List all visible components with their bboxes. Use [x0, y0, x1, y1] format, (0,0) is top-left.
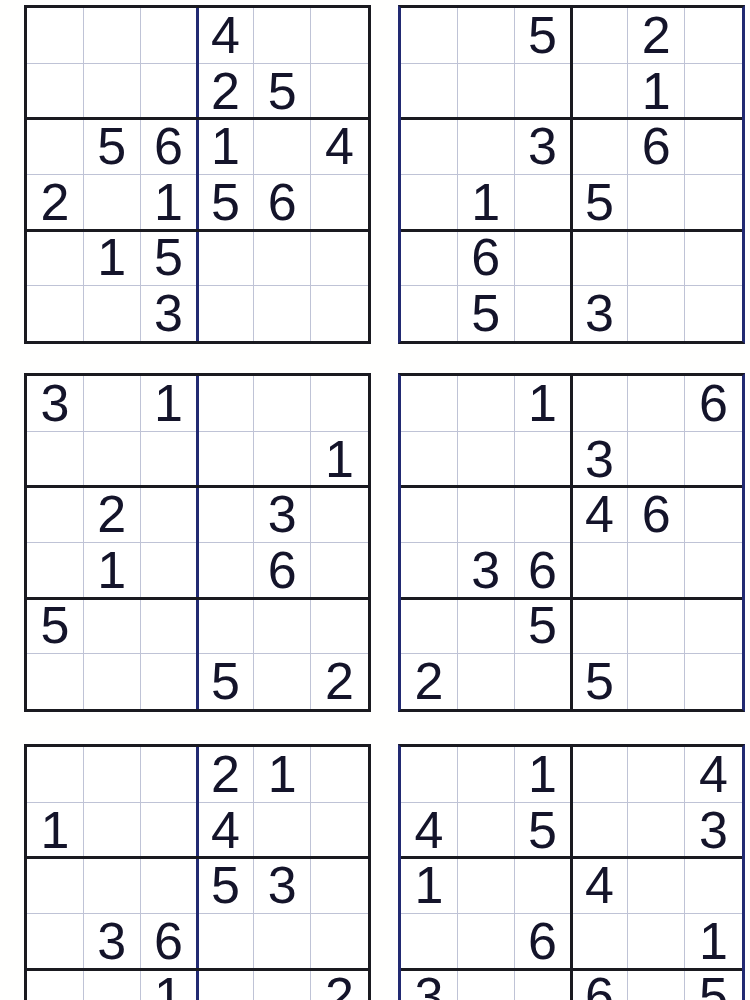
sudoku-cell-r2c2 [458, 432, 515, 488]
sudoku-cell-r6c2 [84, 654, 141, 710]
given-digit: 2 [642, 9, 671, 61]
sudoku-cell-r2c3 [515, 432, 572, 488]
sudoku-cell-r2c5 [628, 432, 685, 488]
sudoku-cell-r2c2 [84, 64, 141, 120]
sudoku-cell-r5c2 [458, 598, 515, 654]
sudoku-cell-r4c2 [84, 175, 141, 231]
given-digit: 1 [97, 231, 126, 283]
sudoku-cell-r4c3: 6 [141, 914, 198, 970]
sudoku-cell-r1c5 [254, 8, 311, 64]
sudoku-cell-r2c5: 1 [628, 64, 685, 120]
box-divider-horizontal-2 [27, 229, 368, 232]
sudoku-cell-r5c3: 5 [515, 598, 572, 654]
sudoku-cell-r5c2: 1 [84, 230, 141, 286]
sudoku-cell-r4c6 [311, 543, 368, 599]
sudoku-cell-r2c2 [458, 64, 515, 120]
sudoku-cell-r6c3 [515, 654, 572, 710]
sudoku-cell-r1c4 [571, 747, 628, 803]
given-digit: 3 [268, 488, 297, 540]
sudoku-cell-r2c4: 3 [571, 432, 628, 488]
sudoku-cell-r3c6 [685, 119, 742, 175]
sudoku-cell-r5c1: 5 [27, 598, 84, 654]
sudoku-cell-r1c6 [311, 747, 368, 803]
given-digit: 1 [40, 804, 69, 856]
box-divider-vertical [196, 8, 199, 341]
sudoku-cell-r6c4: 5 [571, 654, 628, 710]
sudoku-cell-r2c5 [628, 803, 685, 859]
sudoku-cell-r2c1: 4 [401, 803, 458, 859]
sudoku-cell-r4c2: 1 [84, 543, 141, 599]
sudoku-cell-r3c4 [197, 487, 254, 543]
given-digit: 1 [528, 377, 557, 429]
sudoku-cell-r2c4 [197, 432, 254, 488]
sudoku-cell-r2c1 [401, 432, 458, 488]
box-divider-vertical [196, 747, 199, 1000]
given-digit: 2 [325, 970, 354, 1000]
sudoku-cell-r3c2 [458, 487, 515, 543]
sudoku-cell-r4c4: 5 [197, 175, 254, 231]
sudoku-cell-r2c3 [141, 803, 198, 859]
sudoku-grid-1: 42556142156153 [24, 5, 371, 344]
given-digit: 1 [642, 65, 671, 117]
given-digit: 5 [40, 599, 69, 651]
given-digit: 2 [40, 176, 69, 228]
sudoku-cell-r6c1 [27, 654, 84, 710]
sudoku-cell-r4c3 [515, 175, 572, 231]
sudoku-cell-r3c4: 4 [571, 858, 628, 914]
sudoku-cell-r1c3 [141, 747, 198, 803]
given-digit: 4 [585, 488, 614, 540]
sudoku-cell-r4c3: 6 [515, 914, 572, 970]
sudoku-cell-r4c2 [458, 914, 515, 970]
box-divider-horizontal-2 [27, 597, 368, 600]
sudoku-cell-r5c4 [197, 598, 254, 654]
sudoku-cell-r3c6 [311, 858, 368, 914]
given-digit: 1 [211, 120, 240, 172]
sudoku-cell-r1c4 [571, 376, 628, 432]
sudoku-cell-r2c3: 5 [515, 803, 572, 859]
sudoku-cell-r5c6 [311, 598, 368, 654]
sudoku-cell-r6c1 [27, 286, 84, 342]
sudoku-grid-2: 5213615653 [398, 5, 745, 344]
sudoku-cell-r1c6 [311, 8, 368, 64]
sudoku-cell-r1c4 [571, 8, 628, 64]
sudoku-cell-r1c1 [401, 376, 458, 432]
sudoku-cell-r4c4 [571, 543, 628, 599]
given-digit: 3 [585, 287, 614, 339]
sudoku-cell-r2c1 [401, 64, 458, 120]
sudoku-cell-r4c6 [685, 543, 742, 599]
sudoku-cell-r3c2 [458, 119, 515, 175]
sudoku-cell-r6c6 [311, 286, 368, 342]
sudoku-cell-r5c3 [515, 230, 572, 286]
given-digit: 5 [211, 655, 240, 707]
sudoku-cell-r5c1: 3 [401, 969, 458, 1000]
sudoku-cell-r3c5: 3 [254, 487, 311, 543]
sudoku-cell-r5c3 [141, 598, 198, 654]
sudoku-cell-r3c4: 1 [197, 119, 254, 175]
sudoku-cell-r2c4 [571, 803, 628, 859]
given-digit: 6 [585, 970, 614, 1000]
sudoku-cell-r1c5 [628, 376, 685, 432]
given-digit: 1 [154, 176, 183, 228]
sudoku-cell-r6c3: 3 [141, 286, 198, 342]
given-digit: 6 [268, 176, 297, 228]
given-digit: 1 [154, 970, 183, 1000]
sudoku-cell-r3c4: 4 [571, 487, 628, 543]
sudoku-cell-r2c6 [685, 432, 742, 488]
sudoku-cell-r6c3 [141, 654, 198, 710]
sudoku-cell-r1c5 [628, 747, 685, 803]
box-divider-horizontal-1 [27, 856, 368, 859]
given-digit: 5 [528, 599, 557, 651]
sudoku-cell-r5c4 [571, 230, 628, 286]
given-digit: 5 [528, 804, 557, 856]
given-digit: 2 [211, 65, 240, 117]
sudoku-cell-r6c5 [254, 654, 311, 710]
sudoku-cell-r4c1 [401, 175, 458, 231]
sudoku-cell-r2c6 [311, 803, 368, 859]
sudoku-cell-r6c5 [628, 286, 685, 342]
given-digit: 1 [528, 748, 557, 800]
sudoku-cell-r5c2 [458, 969, 515, 1000]
given-digit: 4 [211, 804, 240, 856]
given-digit: 5 [211, 176, 240, 228]
sudoku-cell-r1c2 [84, 8, 141, 64]
sudoku-cell-r2c1: 1 [27, 803, 84, 859]
sudoku-cell-r5c2: 6 [458, 230, 515, 286]
sudoku-cell-r1c2 [84, 376, 141, 432]
sudoku-cell-r3c5 [254, 119, 311, 175]
sudoku-cell-r4c5 [628, 914, 685, 970]
sudoku-cell-r1c6: 4 [685, 747, 742, 803]
sudoku-cell-r5c5 [628, 230, 685, 286]
given-digit: 5 [528, 9, 557, 61]
given-digit: 6 [268, 544, 297, 596]
box-divider-vertical [570, 376, 573, 709]
sudoku-cell-r5c5 [254, 969, 311, 1000]
sudoku-cell-r6c6 [685, 286, 742, 342]
sudoku-cell-r4c6: 1 [685, 914, 742, 970]
given-digit: 3 [40, 377, 69, 429]
given-digit: 3 [585, 433, 614, 485]
sudoku-cell-r2c4: 4 [197, 803, 254, 859]
given-digit: 1 [699, 915, 728, 967]
sudoku-cell-r1c5: 2 [628, 8, 685, 64]
given-digit: 2 [211, 748, 240, 800]
sudoku-cell-r3c6: 4 [311, 119, 368, 175]
sudoku-cell-r3c2 [84, 858, 141, 914]
sudoku-cell-r5c5 [254, 598, 311, 654]
sudoku-cell-r3c1 [27, 858, 84, 914]
sudoku-cell-r4c3 [141, 543, 198, 599]
sudoku-cell-r2c3 [141, 64, 198, 120]
sudoku-cell-r4c4 [197, 914, 254, 970]
given-digit: 5 [211, 859, 240, 911]
sudoku-cell-r1c1 [27, 8, 84, 64]
sudoku-cell-r1c3: 1 [515, 747, 572, 803]
sudoku-cell-r1c2 [458, 8, 515, 64]
given-digit: 5 [585, 655, 614, 707]
sudoku-cell-r1c2 [458, 376, 515, 432]
given-digit: 4 [325, 120, 354, 172]
box-divider-horizontal-1 [27, 485, 368, 488]
sudoku-cell-r4c6 [685, 175, 742, 231]
sudoku-cell-r4c5: 6 [254, 175, 311, 231]
sudoku-cell-r5c3 [515, 969, 572, 1000]
sudoku-cell-r3c1: 1 [401, 858, 458, 914]
sudoku-cell-r1c6 [311, 376, 368, 432]
given-digit: 1 [325, 433, 354, 485]
given-digit: 5 [585, 176, 614, 228]
sudoku-cell-r5c3: 1 [141, 969, 198, 1000]
sudoku-cell-r2c1 [27, 432, 84, 488]
sudoku-cell-r6c4 [197, 286, 254, 342]
sudoku-cell-r3c4: 5 [197, 858, 254, 914]
sudoku-cell-r3c3: 6 [141, 119, 198, 175]
sudoku-cell-r2c4 [571, 64, 628, 120]
sudoku-cell-r4c4 [197, 543, 254, 599]
sudoku-cell-r4c6 [311, 914, 368, 970]
sudoku-cell-r2c5: 5 [254, 64, 311, 120]
sudoku-cell-r3c2: 5 [84, 119, 141, 175]
box-divider-vertical [570, 8, 573, 341]
sudoku-cell-r6c1: 2 [401, 654, 458, 710]
sudoku-cell-r5c3: 5 [141, 230, 198, 286]
sudoku-cell-r1c1 [401, 8, 458, 64]
sudoku-cell-r1c5: 1 [254, 747, 311, 803]
sudoku-worksheet: 42556142156153 5213615653 3112316552 163… [0, 0, 750, 1000]
sudoku-cell-r4c5 [254, 914, 311, 970]
sudoku-cell-r2c5 [254, 803, 311, 859]
sudoku-cell-r3c5: 3 [254, 858, 311, 914]
sudoku-cell-r4c5 [628, 543, 685, 599]
box-divider-horizontal-2 [401, 968, 742, 971]
sudoku-cell-r2c3 [141, 432, 198, 488]
sudoku-cell-r2c6 [685, 64, 742, 120]
sudoku-cell-r1c5 [254, 376, 311, 432]
box-divider-vertical [196, 376, 199, 709]
sudoku-cell-r1c6: 6 [685, 376, 742, 432]
sudoku-cell-r4c6 [311, 175, 368, 231]
sudoku-cell-r6c5 [254, 286, 311, 342]
sudoku-cell-r3c5 [628, 858, 685, 914]
sudoku-cell-r1c3: 1 [515, 376, 572, 432]
sudoku-cell-r5c6: 5 [685, 969, 742, 1000]
sudoku-cell-r6c6 [685, 654, 742, 710]
sudoku-grid-3: 3112316552 [24, 373, 371, 712]
sudoku-cell-r2c2 [84, 432, 141, 488]
sudoku-cell-r2c1 [27, 64, 84, 120]
given-digit: 6 [642, 120, 671, 172]
sudoku-cell-r3c1 [27, 119, 84, 175]
sudoku-grid-6: 144531461365 [398, 744, 745, 1000]
sudoku-cell-r2c2 [84, 803, 141, 859]
sudoku-grid-5: 2114533612 [24, 744, 371, 1000]
sudoku-cell-r6c2 [84, 286, 141, 342]
given-digit: 6 [642, 488, 671, 540]
given-digit: 5 [699, 970, 728, 1000]
sudoku-cell-r6c4: 3 [571, 286, 628, 342]
sudoku-cell-r4c1: 2 [27, 175, 84, 231]
sudoku-cell-r6c4: 5 [197, 654, 254, 710]
sudoku-cell-r6c2: 5 [458, 286, 515, 342]
given-digit: 1 [471, 176, 500, 228]
sudoku-cell-r5c5 [628, 969, 685, 1000]
sudoku-grid-4: 1634636525 [398, 373, 745, 712]
sudoku-cell-r5c1 [401, 230, 458, 286]
sudoku-cell-r3c3 [141, 858, 198, 914]
sudoku-cell-r4c5 [628, 175, 685, 231]
sudoku-cell-r2c3 [515, 64, 572, 120]
box-divider-horizontal-1 [401, 856, 742, 859]
sudoku-cell-r3c6 [311, 487, 368, 543]
sudoku-cell-r5c6 [311, 230, 368, 286]
sudoku-cell-r4c5: 6 [254, 543, 311, 599]
sudoku-cell-r6c5 [628, 654, 685, 710]
sudoku-cell-r3c3 [141, 487, 198, 543]
sudoku-cell-r5c4: 6 [571, 969, 628, 1000]
sudoku-cell-r5c6 [685, 598, 742, 654]
sudoku-cell-r6c2 [458, 654, 515, 710]
box-divider-horizontal-2 [401, 597, 742, 600]
given-digit: 6 [699, 377, 728, 429]
sudoku-cell-r2c6: 1 [311, 432, 368, 488]
given-digit: 4 [585, 859, 614, 911]
given-digit: 5 [268, 65, 297, 117]
sudoku-cell-r5c4 [197, 969, 254, 1000]
sudoku-cell-r1c1 [401, 747, 458, 803]
given-digit: 6 [154, 120, 183, 172]
given-digit: 4 [414, 804, 443, 856]
given-digit: 6 [528, 915, 557, 967]
sudoku-cell-r3c3 [515, 858, 572, 914]
given-digit: 1 [414, 859, 443, 911]
sudoku-cell-r1c2 [458, 747, 515, 803]
sudoku-cell-r4c1 [27, 543, 84, 599]
sudoku-cell-r1c3: 1 [141, 376, 198, 432]
sudoku-cell-r1c3 [141, 8, 198, 64]
sudoku-cell-r1c4: 2 [197, 747, 254, 803]
given-digit: 2 [325, 655, 354, 707]
sudoku-cell-r6c1 [401, 286, 458, 342]
sudoku-cell-r3c6 [685, 858, 742, 914]
sudoku-cell-r3c3 [515, 487, 572, 543]
given-digit: 1 [268, 748, 297, 800]
sudoku-cell-r5c5 [254, 230, 311, 286]
sudoku-cell-r1c4: 4 [197, 8, 254, 64]
given-digit: 3 [471, 544, 500, 596]
given-digit: 5 [97, 120, 126, 172]
given-digit: 1 [154, 377, 183, 429]
given-digit: 5 [471, 287, 500, 339]
sudoku-cell-r1c2 [84, 747, 141, 803]
sudoku-cell-r3c1 [27, 487, 84, 543]
sudoku-cell-r4c2: 3 [84, 914, 141, 970]
sudoku-cell-r2c6: 3 [685, 803, 742, 859]
given-digit: 3 [528, 120, 557, 172]
sudoku-cell-r3c5: 6 [628, 487, 685, 543]
sudoku-cell-r5c2 [84, 598, 141, 654]
sudoku-cell-r5c4 [197, 230, 254, 286]
sudoku-cell-r1c6 [685, 8, 742, 64]
sudoku-cell-r4c2: 1 [458, 175, 515, 231]
sudoku-cell-r5c4 [571, 598, 628, 654]
sudoku-cell-r5c6: 2 [311, 969, 368, 1000]
given-digit: 2 [97, 488, 126, 540]
sudoku-cell-r3c2 [458, 858, 515, 914]
box-divider-horizontal-1 [401, 485, 742, 488]
given-digit: 3 [154, 287, 183, 339]
sudoku-cell-r5c1 [27, 230, 84, 286]
sudoku-cell-r3c1 [401, 119, 458, 175]
sudoku-cell-r3c6 [685, 487, 742, 543]
sudoku-cell-r4c1 [401, 914, 458, 970]
given-digit: 3 [699, 804, 728, 856]
sudoku-cell-r5c6 [685, 230, 742, 286]
sudoku-cell-r1c4 [197, 376, 254, 432]
given-digit: 3 [414, 970, 443, 1000]
sudoku-cell-r4c4 [571, 914, 628, 970]
given-digit: 3 [97, 915, 126, 967]
sudoku-cell-r3c3: 3 [515, 119, 572, 175]
given-digit: 1 [97, 544, 126, 596]
given-digit: 5 [154, 231, 183, 283]
box-divider-horizontal-1 [401, 117, 742, 120]
sudoku-cell-r2c4: 2 [197, 64, 254, 120]
given-digit: 2 [414, 655, 443, 707]
sudoku-cell-r2c5 [254, 432, 311, 488]
sudoku-cell-r1c1 [27, 747, 84, 803]
box-divider-horizontal-2 [27, 968, 368, 971]
given-digit: 4 [211, 9, 240, 61]
given-digit: 4 [699, 748, 728, 800]
sudoku-cell-r1c3: 5 [515, 8, 572, 64]
sudoku-cell-r1c1: 3 [27, 376, 84, 432]
box-divider-horizontal-1 [27, 117, 368, 120]
sudoku-cell-r3c1 [401, 487, 458, 543]
sudoku-cell-r6c6: 2 [311, 654, 368, 710]
sudoku-cell-r4c1 [401, 543, 458, 599]
sudoku-cell-r5c1 [27, 969, 84, 1000]
box-divider-horizontal-2 [401, 229, 742, 232]
sudoku-cell-r3c5: 6 [628, 119, 685, 175]
sudoku-cell-r5c2 [84, 969, 141, 1000]
sudoku-cell-r6c3 [515, 286, 572, 342]
sudoku-cell-r4c4: 5 [571, 175, 628, 231]
given-digit: 6 [528, 544, 557, 596]
given-digit: 3 [268, 859, 297, 911]
given-digit: 6 [471, 231, 500, 283]
sudoku-cell-r4c3: 6 [515, 543, 572, 599]
sudoku-cell-r5c1 [401, 598, 458, 654]
sudoku-cell-r2c2 [458, 803, 515, 859]
sudoku-cell-r3c2: 2 [84, 487, 141, 543]
sudoku-cell-r3c4 [571, 119, 628, 175]
box-divider-vertical [570, 747, 573, 1000]
sudoku-cell-r4c2: 3 [458, 543, 515, 599]
sudoku-cell-r5c5 [628, 598, 685, 654]
sudoku-cell-r2c6 [311, 64, 368, 120]
sudoku-cell-r4c1 [27, 914, 84, 970]
given-digit: 6 [154, 915, 183, 967]
sudoku-cell-r4c3: 1 [141, 175, 198, 231]
